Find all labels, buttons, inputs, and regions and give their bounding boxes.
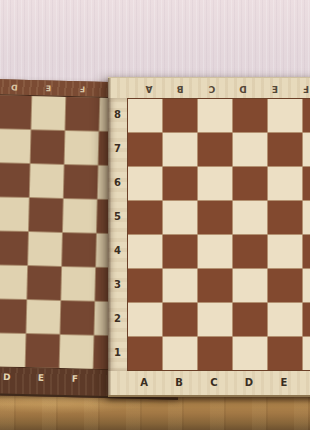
front-square-e6 [268, 167, 302, 200]
front-rank-label-8: 8 [114, 110, 121, 120]
front-square-e4 [268, 235, 302, 268]
back-square-d6 [0, 163, 30, 197]
front-square-b3 [163, 269, 197, 302]
back-file-label-bottom-e: E [38, 374, 44, 383]
back-square-f7 [65, 131, 99, 165]
front-square-a5 [128, 201, 162, 234]
front-square-c8 [198, 99, 232, 132]
back-square-e5 [29, 198, 63, 232]
front-file-label-top-b: B [177, 84, 184, 93]
front-file-label-top-a: A [146, 84, 153, 93]
front-square-e8 [268, 99, 302, 132]
front-file-label-bottom-e: E [281, 378, 288, 388]
front-file-label-top-c: C [208, 84, 215, 93]
back-square-d4 [0, 231, 28, 265]
front-square-c4 [198, 235, 232, 268]
front-square-f5 [303, 201, 310, 234]
front-square-d1 [233, 337, 267, 370]
back-square-e6 [30, 164, 64, 198]
front-square-d3 [233, 269, 267, 302]
front-square-c3 [198, 269, 232, 302]
front-square-f6 [303, 167, 310, 200]
front-square-e7 [268, 133, 302, 166]
front-rank-label-7: 7 [114, 144, 121, 154]
front-rank-label-2: 2 [114, 314, 121, 324]
front-file-label-bottom-b: B [175, 378, 183, 388]
back-file-label-bottom-d: D [3, 373, 11, 382]
front-square-b6 [163, 167, 197, 200]
front-square-a4 [128, 235, 162, 268]
front-rank-label-6: 6 [114, 178, 121, 188]
back-square-e7 [31, 130, 65, 164]
photo-scene: DEFDEF ABCDEFABCDE87654321 [0, 0, 310, 430]
front-square-c2 [198, 303, 232, 336]
front-square-c7 [198, 133, 232, 166]
back-square-d2 [0, 299, 26, 333]
front-square-f8 [303, 99, 310, 132]
front-square-b8 [163, 99, 197, 132]
front-square-c6 [198, 167, 232, 200]
back-square-e1 [26, 334, 60, 368]
back-square-d5 [0, 197, 29, 231]
front-square-d4 [233, 235, 267, 268]
front-rank-label-4: 4 [114, 246, 121, 256]
back-square-e8 [31, 96, 65, 130]
front-square-b4 [163, 235, 197, 268]
front-square-a3 [128, 269, 162, 302]
front-square-b2 [163, 303, 197, 336]
back-file-label-top-d: D [11, 83, 18, 91]
front-square-e1 [268, 337, 302, 370]
front-rank-label-3: 3 [114, 280, 121, 290]
front-square-d8 [233, 99, 267, 132]
front-square-d7 [233, 133, 267, 166]
chessboard-front: ABCDEFABCDE87654321 [108, 77, 310, 397]
back-square-e4 [28, 232, 62, 266]
front-square-d2 [233, 303, 267, 336]
front-file-label-top-e: E [272, 84, 278, 93]
front-rank-label-5: 5 [114, 212, 121, 222]
front-square-a8 [128, 99, 162, 132]
back-file-label-top-e: E [45, 83, 51, 91]
front-rank-label-1: 1 [114, 348, 121, 358]
back-file-label-bottom-f: F [72, 375, 78, 384]
front-file-label-bottom-c: C [210, 378, 217, 388]
back-square-f5 [63, 199, 97, 233]
front-file-label-top-f: F [303, 84, 309, 93]
back-square-f4 [62, 233, 96, 267]
front-square-e2 [268, 303, 302, 336]
front-file-label-bottom-d: D [245, 378, 253, 388]
front-square-a6 [128, 167, 162, 200]
back-square-e3 [27, 266, 61, 300]
front-square-f2 [303, 303, 310, 336]
front-board-side-edge [108, 78, 111, 395]
back-square-f6 [64, 165, 98, 199]
front-square-b5 [163, 201, 197, 234]
front-square-d6 [233, 167, 267, 200]
back-square-d8 [0, 95, 31, 129]
front-square-f1 [303, 337, 310, 370]
front-file-label-top-d: D [239, 84, 246, 93]
front-square-f3 [303, 269, 310, 302]
back-square-f2 [60, 301, 94, 335]
back-square-e2 [26, 300, 60, 334]
back-square-f1 [60, 335, 94, 369]
front-square-c5 [198, 201, 232, 234]
front-square-a2 [128, 303, 162, 336]
front-file-label-bottom-a: A [140, 378, 148, 388]
front-square-a1 [128, 337, 162, 370]
back-square-f3 [61, 267, 95, 301]
back-square-d7 [0, 129, 30, 163]
front-square-c1 [198, 337, 232, 370]
back-square-d3 [0, 265, 27, 299]
front-square-d5 [233, 201, 267, 234]
front-board-grid [127, 98, 310, 371]
back-file-label-top-f: F [79, 84, 85, 92]
front-square-b7 [163, 133, 197, 166]
front-square-f7 [303, 133, 310, 166]
front-square-e3 [268, 269, 302, 302]
front-square-a7 [128, 133, 162, 166]
back-square-f8 [65, 97, 99, 131]
back-square-d1 [0, 333, 25, 367]
front-square-e5 [268, 201, 302, 234]
front-square-f4 [303, 235, 310, 268]
front-square-b1 [163, 337, 197, 370]
